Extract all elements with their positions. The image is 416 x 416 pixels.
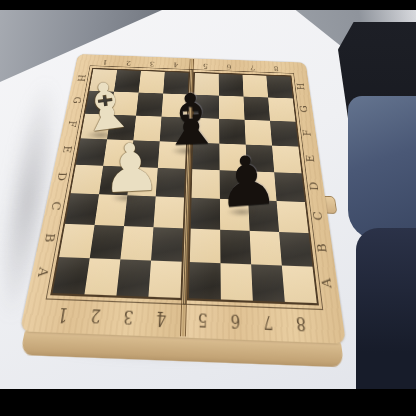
square-b3[interactable]	[120, 226, 153, 260]
table-surface: 1234 5678 1234 5678 HGFEDCBA HGFEDCBA	[0, 10, 416, 389]
coordinate-label: 7	[241, 61, 265, 74]
photo-scene: 1234 5678 1234 5678 HGFEDCBA HGFEDCBA ♝♟…	[0, 0, 416, 416]
square-b2[interactable]	[90, 225, 124, 259]
square-a4[interactable]	[148, 261, 181, 298]
square-a6[interactable]	[220, 263, 252, 301]
piece-white-pawn-e3[interactable]: ♟	[100, 134, 163, 203]
coordinate-label: B	[33, 227, 67, 249]
coordinate-label: B	[306, 237, 339, 260]
coordinate-label: 3	[140, 57, 165, 70]
letterbox-bottom	[0, 389, 416, 416]
square-a3[interactable]	[116, 259, 151, 296]
coordinate-label: A	[309, 271, 343, 296]
coordinate-label: 6	[219, 303, 253, 337]
coordinate-label: 4	[163, 58, 187, 71]
coordinate-label: E	[52, 140, 82, 158]
coordinate-label: 1	[44, 296, 82, 330]
coordinate-label: D	[299, 176, 329, 196]
coordinate-label: D	[46, 167, 77, 186]
chair-front	[356, 228, 416, 389]
square-h7[interactable]	[243, 75, 269, 98]
coordinate-label: A	[25, 260, 61, 284]
rank-labels-bottom-left: 1234	[44, 296, 178, 333]
coordinate-label: H	[288, 79, 314, 94]
square-b6[interactable]	[220, 230, 251, 265]
coordinate-label: 8	[283, 305, 319, 339]
coordinate-label: 7	[251, 304, 286, 338]
coordinate-label: 4	[144, 300, 179, 334]
coordinate-label: C	[40, 196, 73, 217]
coordinate-label: 1	[92, 55, 118, 68]
coordinate-label: C	[302, 205, 333, 226]
piece-black-pawn-e6[interactable]: ♟	[214, 145, 281, 218]
square-g7[interactable]	[244, 97, 270, 121]
square-b5[interactable]	[190, 229, 221, 264]
coordinate-label: 6	[217, 60, 241, 73]
square-a2[interactable]	[84, 258, 120, 295]
letterbox-top	[0, 0, 416, 10]
coordinate-label: E	[296, 150, 325, 168]
coordinate-label: 3	[111, 299, 147, 333]
square-a7[interactable]	[251, 264, 285, 302]
coordinate-label: 8	[264, 62, 289, 75]
square-c5[interactable]	[191, 198, 220, 230]
coordinate-label: G	[290, 101, 317, 117]
coordinate-label: 5	[186, 302, 219, 336]
square-b4[interactable]	[151, 227, 183, 261]
rank-labels-bottom-right: 5678	[186, 302, 319, 340]
coordinate-label: 2	[77, 298, 114, 332]
square-g6[interactable]	[219, 96, 245, 120]
square-a5[interactable]	[189, 262, 221, 299]
coordinate-label: 5	[194, 59, 218, 72]
square-b7[interactable]	[250, 231, 282, 266]
chair-cushion	[348, 96, 416, 240]
coordinate-label: F	[293, 124, 321, 141]
square-h6[interactable]	[219, 74, 244, 97]
